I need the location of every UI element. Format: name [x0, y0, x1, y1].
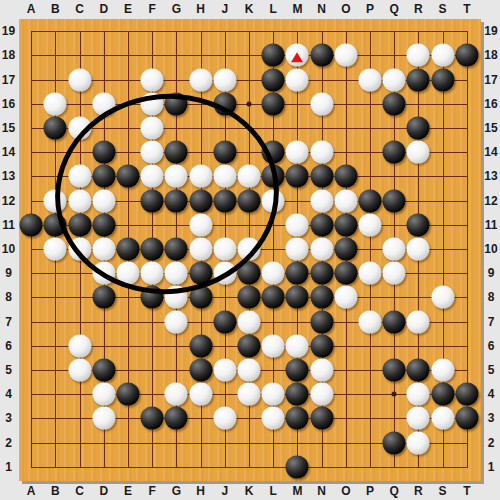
black-stone — [383, 92, 406, 115]
column-label-top: P — [366, 2, 374, 16]
column-label-bottom: J — [221, 484, 228, 498]
black-stone — [383, 141, 406, 164]
white-stone — [334, 189, 357, 212]
black-stone — [431, 68, 454, 91]
black-stone — [92, 359, 115, 382]
column-label-top: O — [341, 2, 350, 16]
white-stone — [262, 407, 285, 430]
white-stone — [310, 238, 333, 261]
black-stone — [286, 262, 309, 285]
star-point — [247, 101, 252, 106]
column-label-top: C — [75, 2, 84, 16]
white-stone — [407, 141, 430, 164]
white-stone — [310, 359, 333, 382]
white-stone — [44, 238, 67, 261]
white-stone — [383, 68, 406, 91]
row-label-right: 7 — [488, 315, 495, 329]
black-stone — [262, 286, 285, 309]
row-label-left: 4 — [5, 387, 12, 401]
row-label-left: 19 — [2, 24, 15, 38]
black-stone — [262, 92, 285, 115]
white-stone — [407, 238, 430, 261]
black-stone — [455, 383, 478, 406]
black-stone — [286, 455, 309, 478]
white-stone — [286, 141, 309, 164]
column-label-bottom: S — [439, 484, 447, 498]
row-label-right: 9 — [488, 266, 495, 280]
black-stone — [141, 407, 164, 430]
row-label-right: 12 — [484, 194, 497, 208]
row-label-right: 14 — [484, 145, 497, 159]
row-label-right: 16 — [484, 97, 497, 111]
black-stone — [44, 117, 67, 140]
white-stone — [165, 383, 188, 406]
black-stone — [310, 44, 333, 67]
black-stone — [431, 383, 454, 406]
column-label-top: S — [439, 2, 447, 16]
row-label-left: 12 — [2, 194, 15, 208]
black-stone — [310, 334, 333, 357]
row-label-left: 9 — [5, 266, 12, 280]
column-label-top: D — [99, 2, 108, 16]
black-stone — [20, 213, 43, 236]
black-stone — [455, 407, 478, 430]
white-stone — [238, 383, 261, 406]
white-stone — [431, 286, 454, 309]
white-stone — [213, 68, 236, 91]
row-label-right: 6 — [488, 339, 495, 353]
column-label-bottom: Q — [390, 484, 399, 498]
column-label-top: H — [196, 2, 205, 16]
black-stone — [262, 44, 285, 67]
column-label-top: G — [172, 2, 181, 16]
row-label-right: 5 — [488, 363, 495, 377]
row-label-right: 1 — [488, 460, 495, 474]
column-label-bottom: P — [366, 484, 374, 498]
column-label-top: Q — [390, 2, 399, 16]
white-stone — [141, 68, 164, 91]
row-label-right: 10 — [484, 242, 497, 256]
black-stone — [407, 213, 430, 236]
black-stone — [455, 44, 478, 67]
white-stone — [310, 189, 333, 212]
white-stone — [407, 44, 430, 67]
black-stone — [286, 407, 309, 430]
row-label-left: 6 — [5, 339, 12, 353]
black-stone — [407, 117, 430, 140]
column-label-bottom: N — [317, 484, 326, 498]
white-stone — [431, 407, 454, 430]
white-stone — [359, 262, 382, 285]
row-label-left: 14 — [2, 145, 15, 159]
column-label-top: N — [317, 2, 326, 16]
row-label-right: 13 — [484, 169, 497, 183]
white-stone — [238, 359, 261, 382]
white-stone — [92, 407, 115, 430]
row-label-right: 11 — [485, 218, 498, 232]
column-label-bottom: K — [245, 484, 254, 498]
white-stone — [68, 359, 91, 382]
row-label-left: 1 — [5, 460, 12, 474]
black-stone — [238, 334, 261, 357]
black-stone — [189, 334, 212, 357]
white-stone — [262, 334, 285, 357]
black-stone — [334, 262, 357, 285]
row-label-right: 8 — [488, 290, 495, 304]
white-stone — [286, 68, 309, 91]
last-move-triangle-icon — [291, 53, 303, 63]
black-stone — [407, 359, 430, 382]
row-label-left: 18 — [2, 48, 15, 62]
row-label-right: 17 — [484, 73, 497, 87]
black-stone — [383, 189, 406, 212]
black-stone — [310, 286, 333, 309]
white-stone — [383, 238, 406, 261]
row-label-right: 19 — [484, 24, 497, 38]
white-stone — [286, 213, 309, 236]
column-label-top: J — [221, 2, 228, 16]
black-stone — [334, 213, 357, 236]
column-label-bottom: C — [75, 484, 84, 498]
white-stone — [310, 141, 333, 164]
row-label-right: 15 — [484, 121, 497, 135]
black-stone — [310, 407, 333, 430]
column-label-bottom: G — [172, 484, 181, 498]
row-label-left: 11 — [2, 218, 15, 232]
column-label-top: A — [27, 2, 36, 16]
black-stone — [310, 165, 333, 188]
go-app-window: AABBCCDDEEFFGGHHJJKKLLMMNNOOPPQQRRSSTT19… — [0, 0, 500, 500]
black-stone — [383, 359, 406, 382]
white-stone — [407, 407, 430, 430]
black-stone — [286, 383, 309, 406]
grid-line-horizontal — [31, 467, 468, 468]
white-stone — [165, 310, 188, 333]
row-label-right: 3 — [488, 411, 495, 425]
column-label-top: F — [149, 2, 156, 16]
black-stone — [117, 383, 140, 406]
column-label-bottom: D — [99, 484, 108, 498]
white-stone — [310, 383, 333, 406]
row-label-left: 17 — [2, 73, 15, 87]
row-label-left: 15 — [2, 121, 15, 135]
white-stone — [189, 68, 212, 91]
white-stone — [359, 310, 382, 333]
black-stone — [189, 359, 212, 382]
column-label-top: E — [124, 2, 132, 16]
white-stone — [286, 238, 309, 261]
row-label-left: 13 — [2, 169, 15, 183]
white-stone — [334, 286, 357, 309]
white-stone — [92, 383, 115, 406]
white-stone — [431, 359, 454, 382]
white-stone — [262, 262, 285, 285]
black-stone — [286, 359, 309, 382]
grid-line-vertical — [370, 31, 371, 468]
white-stone — [334, 44, 357, 67]
row-label-left: 2 — [5, 436, 12, 450]
row-label-right: 4 — [488, 387, 495, 401]
column-label-bottom: F — [149, 484, 156, 498]
white-stone — [310, 92, 333, 115]
row-label-right: 18 — [484, 48, 497, 62]
black-stone — [286, 286, 309, 309]
black-stone — [359, 189, 382, 212]
white-stone — [68, 68, 91, 91]
column-label-bottom: L — [270, 484, 277, 498]
black-stone — [213, 310, 236, 333]
white-stone — [359, 68, 382, 91]
star-point — [392, 392, 397, 397]
black-stone — [334, 165, 357, 188]
white-stone — [383, 262, 406, 285]
column-label-bottom: T — [463, 484, 470, 498]
black-stone — [334, 238, 357, 261]
white-stone — [359, 213, 382, 236]
column-label-top: T — [463, 2, 470, 16]
white-stone — [68, 334, 91, 357]
column-label-bottom: A — [27, 484, 36, 498]
column-label-bottom: M — [292, 484, 302, 498]
white-stone — [44, 92, 67, 115]
black-stone — [92, 286, 115, 309]
black-stone — [165, 407, 188, 430]
white-stone — [407, 310, 430, 333]
row-label-left: 16 — [2, 97, 15, 111]
white-stone — [189, 383, 212, 406]
row-label-left: 7 — [5, 315, 12, 329]
column-label-top: M — [292, 2, 302, 16]
row-label-left: 5 — [5, 363, 12, 377]
white-stone — [213, 407, 236, 430]
black-stone — [262, 68, 285, 91]
black-stone — [286, 165, 309, 188]
black-stone — [407, 68, 430, 91]
white-stone — [238, 310, 261, 333]
white-stone — [286, 334, 309, 357]
black-stone — [238, 286, 261, 309]
column-label-bottom: E — [124, 484, 132, 498]
row-label-left: 3 — [5, 411, 12, 425]
white-stone — [262, 383, 285, 406]
black-stone — [383, 431, 406, 454]
white-stone — [213, 359, 236, 382]
column-label-top: B — [51, 2, 60, 16]
black-stone — [383, 310, 406, 333]
column-label-bottom: R — [414, 484, 423, 498]
column-label-top: R — [414, 2, 423, 16]
black-stone — [310, 213, 333, 236]
column-label-top: K — [245, 2, 254, 16]
row-label-right: 2 — [488, 436, 495, 450]
white-stone — [407, 431, 430, 454]
column-label-top: L — [270, 2, 277, 16]
black-stone — [310, 310, 333, 333]
white-stone — [407, 383, 430, 406]
column-label-bottom: B — [51, 484, 60, 498]
row-label-left: 8 — [5, 290, 12, 304]
black-stone — [310, 262, 333, 285]
white-stone — [431, 44, 454, 67]
row-label-left: 10 — [2, 242, 15, 256]
column-label-bottom: O — [341, 484, 350, 498]
column-label-bottom: H — [196, 484, 205, 498]
